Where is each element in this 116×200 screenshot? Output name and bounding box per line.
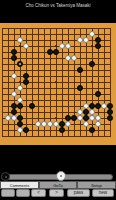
stone-black — [95, 43, 101, 49]
stone-white — [23, 43, 29, 49]
stone-white — [11, 73, 17, 79]
stone-black — [77, 67, 83, 73]
stone-white — [17, 37, 23, 43]
app-screen: Cho Chikun vs Takemiya Masaki Comments G… — [0, 0, 116, 200]
slider-left-knob[interactable] — [1, 172, 10, 181]
star-point — [55, 81, 57, 83]
star-point — [55, 45, 57, 47]
knob-dot-icon — [5, 176, 7, 178]
stone-black — [23, 127, 29, 133]
new-game-button[interactable]: new — [92, 189, 114, 197]
stone-white — [71, 55, 77, 61]
stone-black — [11, 55, 17, 61]
button-row: < > pass new — [0, 189, 116, 198]
nav-button-2 — [16, 189, 30, 197]
stone-white — [95, 121, 101, 127]
last-move-marker — [19, 63, 21, 65]
stone-black — [95, 91, 101, 97]
stone-white — [83, 37, 89, 43]
slider-thumb[interactable] — [56, 171, 66, 181]
stone-black — [107, 115, 113, 121]
page-title: Cho Chikun vs Takemiya Masaki — [0, 3, 116, 8]
grid-line-v — [104, 28, 105, 137]
stone-black — [77, 85, 83, 91]
star-point — [55, 117, 57, 119]
stone-black — [17, 103, 23, 109]
next-move-button[interactable]: > — [49, 189, 64, 197]
stone-black — [53, 49, 59, 55]
star-point — [91, 45, 93, 47]
title-bar: Cho Chikun vs Takemiya Masaki — [0, 0, 116, 23]
stone-black — [23, 79, 29, 85]
tab-setup[interactable]: Setup — [77, 181, 116, 189]
stone-white — [17, 85, 23, 91]
go-board[interactable] — [0, 23, 116, 145]
stone-white — [89, 31, 95, 37]
stone-white — [11, 91, 17, 97]
bottom-tabs: Comments GoTo Setup — [0, 181, 116, 189]
tab-comments[interactable]: Comments — [0, 181, 39, 189]
stone-black — [29, 103, 35, 109]
tab-goto[interactable]: GoTo — [39, 181, 77, 189]
grid-line-h — [2, 136, 111, 137]
stone-black — [89, 61, 95, 67]
stone-white — [83, 121, 89, 127]
stone-white — [65, 121, 71, 127]
pass-button[interactable]: pass — [67, 189, 90, 197]
prev-move-button[interactable]: < — [31, 189, 46, 197]
nav-button-1 — [1, 189, 15, 197]
star-point — [91, 81, 93, 83]
stone-black — [89, 127, 95, 133]
star-point — [19, 81, 21, 83]
star-point — [19, 45, 21, 47]
stone-black — [59, 127, 65, 133]
stone-white — [65, 43, 71, 49]
thumb-dot-icon — [60, 175, 62, 177]
